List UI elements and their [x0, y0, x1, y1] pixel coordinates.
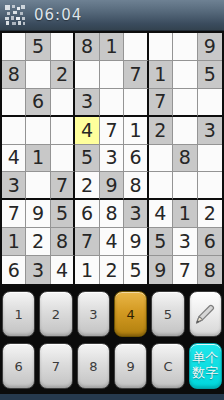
mode-button-label-line1: 单个 — [192, 351, 218, 366]
single-digit-mode-button[interactable]: 单个 数字 — [189, 343, 222, 389]
mode-button-label-line2: 数字 — [192, 366, 218, 381]
numpad-key-7[interactable]: 7 — [39, 343, 72, 389]
cell-r9c4[interactable]: 1 — [75, 256, 99, 284]
numpad-key-3[interactable]: 3 — [77, 291, 110, 337]
numpad-key-4[interactable]: 4 — [114, 291, 147, 337]
cell-r1c9[interactable]: 9 — [198, 33, 222, 61]
cell-r3c4[interactable]: 3 — [75, 89, 99, 117]
numpad-key-5[interactable]: 5 — [151, 291, 184, 337]
cell-r4c9[interactable]: 3 — [198, 117, 222, 145]
cell-r2c6[interactable]: 7 — [124, 61, 148, 89]
cell-r6c2[interactable] — [26, 172, 50, 200]
cell-r5c4[interactable]: 5 — [75, 145, 99, 173]
cell-r1c2[interactable]: 5 — [26, 33, 50, 61]
cell-r3c8[interactable] — [173, 89, 197, 117]
notification-qr-icon — [5, 5, 25, 25]
cell-r9c5[interactable]: 2 — [100, 256, 124, 284]
cell-r1c3[interactable] — [51, 33, 75, 61]
cell-r5c2[interactable]: 1 — [26, 145, 50, 173]
cell-r1c1[interactable] — [2, 33, 26, 61]
bottom-bar — [0, 394, 224, 400]
cell-r9c9[interactable]: 8 — [198, 256, 222, 284]
cell-r3c7[interactable]: 7 — [149, 89, 173, 117]
cell-r6c3[interactable]: 7 — [51, 172, 75, 200]
numpad: 12345 6789C 单个 数字 — [0, 286, 224, 394]
cell-r3c5[interactable] — [100, 89, 124, 117]
numpad-row-1: 12345 — [2, 291, 222, 337]
cell-r3c1[interactable] — [2, 89, 26, 117]
cell-r5c1[interactable]: 4 — [2, 145, 26, 173]
numpad-key-9[interactable]: 9 — [114, 343, 147, 389]
status-bar: 06:04 — [0, 0, 224, 31]
cell-r9c1[interactable]: 6 — [2, 256, 26, 284]
cell-r3c6[interactable] — [124, 89, 148, 117]
timer-text: 06:04 — [34, 6, 82, 24]
cell-r5c6[interactable]: 6 — [124, 145, 148, 173]
cell-r4c6[interactable]: 1 — [124, 117, 148, 145]
cell-r6c8[interactable] — [173, 172, 197, 200]
cell-r7c6[interactable]: 3 — [124, 200, 148, 228]
cell-r8c6[interactable]: 9 — [124, 228, 148, 256]
cell-r4c2[interactable] — [26, 117, 50, 145]
cell-r7c1[interactable]: 7 — [2, 200, 26, 228]
cell-r7c4[interactable]: 6 — [75, 200, 99, 228]
pencil-icon — [192, 301, 218, 327]
cell-r8c4[interactable]: 7 — [75, 228, 99, 256]
cell-r2c9[interactable]: 5 — [198, 61, 222, 89]
cell-r5c3[interactable] — [51, 145, 75, 173]
cell-r6c7[interactable] — [149, 172, 173, 200]
cell-r2c8[interactable] — [173, 61, 197, 89]
cell-r6c6[interactable]: 8 — [124, 172, 148, 200]
cell-r6c4[interactable]: 2 — [75, 172, 99, 200]
cell-r7c2[interactable]: 9 — [26, 200, 50, 228]
cell-r8c8[interactable]: 3 — [173, 228, 197, 256]
cell-r3c2[interactable]: 6 — [26, 89, 50, 117]
cell-r6c9[interactable] — [198, 172, 222, 200]
cell-r3c3[interactable] — [51, 89, 75, 117]
numpad-row-2: 6789C 单个 数字 — [2, 343, 222, 389]
numpad-key-8[interactable]: 8 — [77, 343, 110, 389]
cell-r1c5[interactable]: 1 — [100, 33, 124, 61]
cell-r7c5[interactable]: 8 — [100, 200, 124, 228]
numpad-key-6[interactable]: 6 — [2, 343, 35, 389]
cell-r2c7[interactable]: 1 — [149, 61, 173, 89]
numpad-key-C[interactable]: C — [151, 343, 184, 389]
cell-r8c9[interactable]: 6 — [198, 228, 222, 256]
cell-r2c3[interactable]: 2 — [51, 61, 75, 89]
cell-r2c4[interactable] — [75, 61, 99, 89]
cell-r8c7[interactable]: 5 — [149, 228, 173, 256]
cell-r1c8[interactable] — [173, 33, 197, 61]
cell-r8c1[interactable]: 1 — [2, 228, 26, 256]
numpad-key-2[interactable]: 2 — [39, 291, 72, 337]
pencil-button[interactable] — [189, 291, 222, 337]
cell-r5c5[interactable]: 3 — [100, 145, 124, 173]
cell-r9c3[interactable]: 4 — [51, 256, 75, 284]
cell-r7c7[interactable]: 4 — [149, 200, 173, 228]
cell-r9c7[interactable]: 9 — [149, 256, 173, 284]
cell-r5c9[interactable] — [198, 145, 222, 173]
cell-r1c4[interactable]: 8 — [75, 33, 99, 61]
app-screen: 06:04 5819827156374712341536837298795683… — [0, 0, 224, 400]
sudoku-board: 5819827156374712341536837298795683412128… — [0, 31, 224, 286]
cell-r6c1[interactable]: 3 — [2, 172, 26, 200]
numpad-key-1[interactable]: 1 — [2, 291, 35, 337]
cell-r4c8[interactable] — [173, 117, 197, 145]
cell-r1c6[interactable] — [124, 33, 148, 61]
cell-r4c5[interactable]: 7 — [100, 117, 124, 145]
cell-r4c3[interactable] — [51, 117, 75, 145]
cell-r5c7[interactable] — [149, 145, 173, 173]
cell-r9c6[interactable]: 5 — [124, 256, 148, 284]
cell-r8c3[interactable]: 8 — [51, 228, 75, 256]
cell-r7c3[interactable]: 5 — [51, 200, 75, 228]
cell-r3c9[interactable] — [198, 89, 222, 117]
cell-r2c1[interactable]: 8 — [2, 61, 26, 89]
cell-r1c7[interactable] — [149, 33, 173, 61]
cell-r6c5[interactable]: 9 — [100, 172, 124, 200]
cell-r4c7[interactable]: 2 — [149, 117, 173, 145]
cell-r8c2[interactable]: 2 — [26, 228, 50, 256]
cell-r5c8[interactable]: 8 — [173, 145, 197, 173]
cell-r2c2[interactable] — [26, 61, 50, 89]
cell-r8c5[interactable]: 4 — [100, 228, 124, 256]
cell-r7c9[interactable]: 2 — [198, 200, 222, 228]
cell-r9c8[interactable]: 7 — [173, 256, 197, 284]
cell-r4c4[interactable]: 4 — [75, 117, 99, 145]
cell-r7c8[interactable]: 1 — [173, 200, 197, 228]
cell-r9c2[interactable]: 3 — [26, 256, 50, 284]
cell-r4c1[interactable] — [2, 117, 26, 145]
cell-r2c5[interactable] — [100, 61, 124, 89]
